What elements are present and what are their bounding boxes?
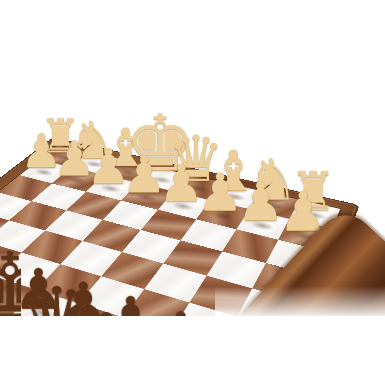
molding-fade (215, 286, 385, 316)
photo-bottom-crop (0, 316, 385, 385)
chess-set-photo: ♜♞♝♚♛♝♞♜♟♟♟♟♟♟♟♟♟♟♟♟♟♟♟♟♜♞♝♚♛♝♞♜ (0, 0, 385, 385)
